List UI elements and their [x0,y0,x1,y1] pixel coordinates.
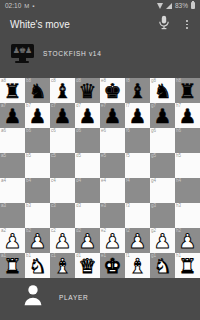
square-coordinate-label: f6 [126,129,130,134]
square-e8[interactable]: e8♚ [100,78,125,103]
square-e3[interactable]: e3 [100,203,125,228]
square-h4[interactable]: h4 [175,178,200,203]
square-b8[interactable]: b8♞ [25,78,50,103]
square-coordinate-label: g4 [151,179,156,184]
square-coordinate-label: d6 [76,129,81,134]
white-bishop: ♝ [125,253,150,278]
square-d4[interactable]: d4 [75,178,100,203]
square-coordinate-label: g3 [151,204,156,209]
square-d7[interactable]: d7♟ [75,103,100,128]
square-coordinate-label: h3 [176,204,181,209]
square-coordinate-label: e6 [101,129,106,134]
microphone-icon[interactable] [158,15,170,34]
square-coordinate-label: h5 [176,154,181,159]
square-f4[interactable]: f4 [125,178,150,203]
black-pawn: ♟ [175,103,200,128]
black-bishop: ♝ [50,78,75,103]
square-coordinate-label: d5 [76,154,81,159]
square-c4[interactable]: c4 [50,178,75,203]
square-d3[interactable]: d3 [75,203,100,228]
square-c8[interactable]: c8♝ [50,78,75,103]
chess-board: a8♜b8♞c8♝d8♛e8♚f8♝g8♞h8♜a7♟b7♟c7♟d7♟e7♟f… [0,78,200,278]
square-a1[interactable]: a1♜ [0,253,25,278]
square-g1[interactable]: g1♞ [150,253,175,278]
square-a7[interactable]: a7♟ [0,103,25,128]
square-b4[interactable]: b4 [25,178,50,203]
engine-row: ♟♚♟ STOCKFISH v14 [10,44,101,63]
square-a5[interactable]: a5 [0,153,25,178]
square-h5[interactable]: h5 [175,153,200,178]
square-coordinate-label: f5 [126,154,130,159]
black-bishop: ♝ [125,78,150,103]
white-pawn: ♟ [100,228,125,253]
player-name-label: PLAYER [59,294,88,301]
square-b7[interactable]: b7♟ [25,103,50,128]
square-g8[interactable]: g8♞ [150,78,175,103]
square-a3[interactable]: a3 [0,203,25,228]
white-knight: ♞ [150,253,175,278]
white-king: ♚ [100,253,125,278]
player-avatar-icon [20,282,46,312]
square-g4[interactable]: g4 [150,178,175,203]
square-b2[interactable]: b2♟ [25,228,50,253]
wifi-icon [157,3,163,9]
square-coordinate-label: b3 [26,204,31,209]
square-coordinate-label: e5 [101,154,106,159]
square-c6[interactable]: c6 [50,128,75,153]
square-g5[interactable]: g5 [150,153,175,178]
square-coordinate-label: c4 [51,179,56,184]
status-bar: 02:10 M ▪ 83% [0,0,200,11]
square-coordinate-label: a3 [1,204,6,209]
square-e2[interactable]: e2♟ [100,228,125,253]
square-f8[interactable]: f8♝ [125,78,150,103]
square-coordinate-label: e3 [101,204,106,209]
player-row: PLAYER [20,282,88,312]
black-knight: ♞ [150,78,175,103]
page-title: White's move [10,19,70,30]
square-b3[interactable]: b3 [25,203,50,228]
square-f7[interactable]: f7♟ [125,103,150,128]
square-c3[interactable]: c3 [50,203,75,228]
square-coordinate-label: c3 [51,204,56,209]
square-e1[interactable]: e1♚ [100,253,125,278]
square-a4[interactable]: a4 [0,178,25,203]
square-e7[interactable]: e7♟ [100,103,125,128]
square-coordinate-label: f4 [126,179,130,184]
black-pawn: ♟ [125,103,150,128]
square-h6[interactable]: h6 [175,128,200,153]
square-coordinate-label: b5 [26,154,31,159]
overflow-menu-icon[interactable] [184,18,190,31]
square-b1[interactable]: b1♞ [25,253,50,278]
black-pawn: ♟ [100,103,125,128]
square-f2[interactable]: f2♟ [125,228,150,253]
battery-icon [191,2,195,9]
square-h3[interactable]: h3 [175,203,200,228]
square-coordinate-label: g6 [151,129,156,134]
engine-computer-icon: ♟♚♟ [10,44,34,63]
battery-percent-text: 83% [175,2,188,9]
square-e4[interactable]: e4 [100,178,125,203]
square-coordinate-label: c5 [51,154,56,159]
black-king: ♚ [100,78,125,103]
square-coordinate-label: h6 [176,129,181,134]
notification-icon-square: ▪ [32,3,34,9]
black-queen: ♛ [75,78,100,103]
square-f6[interactable]: f6 [125,128,150,153]
square-e6[interactable]: e6 [100,128,125,153]
white-pawn: ♟ [75,228,100,253]
engine-name-label: STOCKFISH v14 [43,50,101,57]
square-h1[interactable]: h1♜ [175,253,200,278]
black-pawn: ♟ [150,103,175,128]
square-coordinate-label: a5 [1,154,6,159]
white-queen: ♛ [75,253,100,278]
square-g6[interactable]: g6 [150,128,175,153]
signal-icon [166,3,172,9]
square-f1[interactable]: f1♝ [125,253,150,278]
square-g3[interactable]: g3 [150,203,175,228]
square-h2[interactable]: h2♟ [175,228,200,253]
white-pawn: ♟ [150,228,175,253]
square-e5[interactable]: e5 [100,153,125,178]
black-pawn: ♟ [75,103,100,128]
square-coordinate-label: a6 [1,129,6,134]
square-coordinate-label: e4 [101,179,106,184]
square-h8[interactable]: h8♜ [175,78,200,103]
square-f3[interactable]: f3 [125,203,150,228]
square-coordinate-label: c6 [51,129,56,134]
square-a8[interactable]: a8♜ [0,78,25,103]
square-c5[interactable]: c5 [50,153,75,178]
square-b5[interactable]: b5 [25,153,50,178]
square-b6[interactable]: b6 [25,128,50,153]
app-screen: 02:10 M ▪ 83% White's move [0,0,200,320]
square-d2[interactable]: d2♟ [75,228,100,253]
white-rook: ♜ [0,253,25,278]
black-rook: ♜ [175,78,200,103]
square-a2[interactable]: a2♟ [0,228,25,253]
square-f5[interactable]: f5 [125,153,150,178]
black-knight: ♞ [25,78,50,103]
square-h7[interactable]: h7♟ [175,103,200,128]
square-coordinate-label: h4 [176,179,181,184]
white-pawn: ♟ [125,228,150,253]
white-rook: ♜ [175,253,200,278]
black-pawn: ♟ [50,103,75,128]
square-coordinate-label: b6 [26,129,31,134]
app-bar: White's move [0,11,200,38]
square-g7[interactable]: g7♟ [150,103,175,128]
white-bishop: ♝ [50,253,75,278]
square-coordinate-label: a4 [1,179,6,184]
square-d1[interactable]: d1♛ [75,253,100,278]
square-d8[interactable]: d8♛ [75,78,100,103]
square-coordinate-label: d3 [76,204,81,209]
black-pawn: ♟ [25,103,50,128]
square-a6[interactable]: a6 [0,128,25,153]
square-c7[interactable]: c7♟ [50,103,75,128]
square-c1[interactable]: c1♝ [50,253,75,278]
square-c2[interactable]: c2♟ [50,228,75,253]
square-coordinate-label: f3 [126,204,130,209]
notification-icon-m: M [24,3,29,9]
square-coordinate-label: g5 [151,154,156,159]
white-pawn: ♟ [50,228,75,253]
black-rook: ♜ [0,78,25,103]
square-d6[interactable]: d6 [75,128,100,153]
black-pawn: ♟ [0,103,25,128]
white-pawn: ♟ [25,228,50,253]
square-coordinate-label: b4 [26,179,31,184]
white-pawn: ♟ [0,228,25,253]
square-coordinate-label: d4 [76,179,81,184]
white-pawn: ♟ [175,228,200,253]
square-d5[interactable]: d5 [75,153,100,178]
square-g2[interactable]: g2♟ [150,228,175,253]
white-knight: ♞ [25,253,50,278]
clock-text: 02:10 [5,2,21,9]
